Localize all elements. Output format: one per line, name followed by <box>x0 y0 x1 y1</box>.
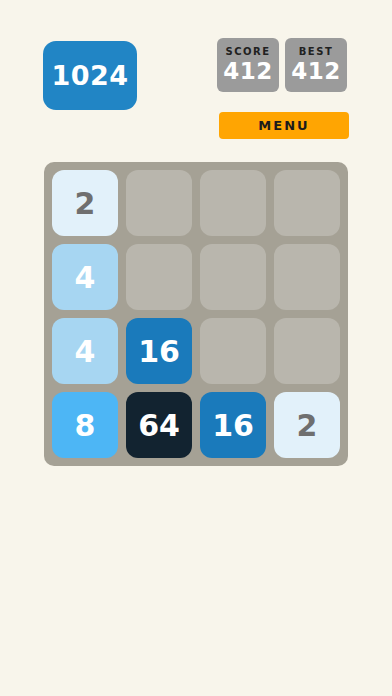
best-label: BEST <box>299 47 333 57</box>
empty-cell <box>200 244 266 310</box>
tile-16: 16 <box>126 318 192 384</box>
tile-2: 2 <box>52 170 118 236</box>
tile-64: 64 <box>126 392 192 458</box>
board[interactable]: 24416864162 <box>44 162 348 466</box>
tile-4: 4 <box>52 244 118 310</box>
highest-tile-badge: 1024 <box>43 41 137 110</box>
best-box: BEST 412 <box>285 38 347 92</box>
empty-cell <box>126 244 192 310</box>
empty-cell <box>200 170 266 236</box>
game-screen: 1024 SCORE 412 BEST 412 MENU 24416864162 <box>0 0 392 696</box>
best-value: 412 <box>291 60 341 83</box>
score-value: 412 <box>223 60 273 83</box>
score-box: SCORE 412 <box>217 38 279 92</box>
menu-button[interactable]: MENU <box>219 112 349 139</box>
tile-16: 16 <box>200 392 266 458</box>
empty-cell <box>126 170 192 236</box>
score-label: SCORE <box>225 47 270 57</box>
tile-4: 4 <box>52 318 118 384</box>
empty-cell <box>274 170 340 236</box>
empty-cell <box>274 318 340 384</box>
empty-cell <box>200 318 266 384</box>
empty-cell <box>274 244 340 310</box>
tile-8: 8 <box>52 392 118 458</box>
tile-2: 2 <box>274 392 340 458</box>
